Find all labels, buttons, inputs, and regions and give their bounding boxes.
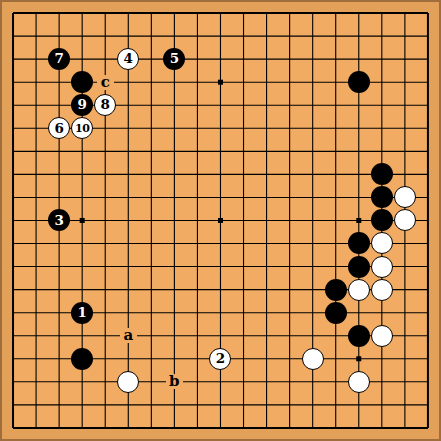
intersection — [347, 370, 370, 393]
intersection — [370, 255, 393, 278]
move-number: 4 — [124, 52, 133, 66]
intersection — [347, 324, 370, 347]
intersection — [71, 347, 94, 370]
black-stone: 1 — [71, 302, 93, 324]
intersection — [370, 209, 393, 232]
intersection: c — [94, 71, 117, 94]
move-number: 3 — [54, 213, 63, 227]
intersection: 5 — [163, 48, 186, 71]
intersection — [347, 255, 370, 278]
black-stone: 5 — [163, 48, 185, 70]
intersection — [370, 232, 393, 255]
point-label-c: c — [97, 75, 114, 90]
black-stone — [348, 232, 370, 254]
move-number: 9 — [77, 98, 86, 112]
black-stone — [371, 186, 393, 208]
intersection — [370, 324, 393, 347]
intersection — [370, 163, 393, 186]
white-stone — [371, 256, 393, 278]
black-stone — [71, 71, 93, 93]
black-stone — [325, 279, 347, 301]
white-stone: 6 — [48, 117, 70, 139]
intersection: 8 — [94, 94, 117, 117]
move-number: 1 — [77, 305, 86, 319]
intersection: 7 — [48, 48, 71, 71]
white-stone — [348, 371, 370, 393]
black-stone — [348, 325, 370, 347]
black-stone — [348, 256, 370, 278]
intersection: b — [163, 370, 186, 393]
white-stone: 8 — [94, 94, 116, 116]
black-stone — [371, 209, 393, 231]
intersection: 2 — [209, 347, 232, 370]
stones-layer: 74598610312abc — [2, 2, 440, 440]
intersection — [324, 301, 347, 324]
black-stone: 9 — [71, 94, 93, 116]
intersection — [347, 278, 370, 301]
white-stone: 2 — [209, 348, 231, 370]
move-number: 2 — [216, 351, 225, 365]
go-board-diagram: 74598610312abc — [0, 0, 441, 441]
intersection: 4 — [117, 48, 140, 71]
intersection — [393, 186, 416, 209]
point-label-a: a — [120, 328, 137, 343]
black-stone — [371, 163, 393, 185]
intersection — [370, 278, 393, 301]
intersection — [301, 347, 324, 370]
intersection — [347, 232, 370, 255]
black-stone — [71, 348, 93, 370]
black-stone — [325, 302, 347, 324]
white-stone — [117, 371, 139, 393]
intersection — [117, 370, 140, 393]
move-number: 10 — [75, 122, 89, 133]
white-stone — [371, 325, 393, 347]
white-stone: 4 — [117, 48, 139, 70]
intersection — [393, 209, 416, 232]
intersection: a — [117, 324, 140, 347]
intersection: 9 — [71, 94, 94, 117]
move-number: 8 — [101, 98, 110, 112]
white-stone — [394, 209, 416, 231]
white-stone — [302, 348, 324, 370]
white-stone — [371, 232, 393, 254]
move-number: 7 — [54, 52, 63, 66]
black-stone: 7 — [48, 48, 70, 70]
move-number: 5 — [170, 52, 179, 66]
white-stone — [394, 186, 416, 208]
intersection: 10 — [71, 117, 94, 140]
intersection: 1 — [71, 301, 94, 324]
white-stone: 10 — [71, 117, 93, 139]
intersection: 3 — [48, 209, 71, 232]
intersection — [370, 186, 393, 209]
black-stone — [348, 71, 370, 93]
intersection — [347, 71, 370, 94]
intersection — [71, 71, 94, 94]
white-stone — [371, 279, 393, 301]
intersection: 6 — [48, 117, 71, 140]
black-stone: 3 — [48, 209, 70, 231]
intersection — [324, 278, 347, 301]
point-label-b: b — [166, 374, 183, 389]
move-number: 6 — [54, 121, 63, 135]
white-stone — [348, 279, 370, 301]
